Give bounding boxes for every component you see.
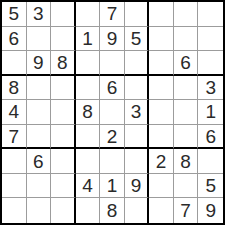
cell-r8c9[interactable]: 5 — [198, 174, 223, 199]
cell-r7c6[interactable] — [125, 149, 150, 174]
cell-r1c9[interactable] — [198, 2, 223, 27]
cell-r8c8[interactable] — [174, 174, 199, 199]
cell-r6c5[interactable]: 2 — [100, 125, 125, 150]
cell-r4c2[interactable] — [27, 76, 52, 101]
cell-r5c1[interactable]: 4 — [2, 100, 27, 125]
cell-r1c8[interactable] — [174, 2, 199, 27]
cell-r9c8[interactable]: 7 — [174, 198, 199, 223]
cell-r4c7[interactable] — [149, 76, 174, 101]
cell-r2c9[interactable] — [198, 27, 223, 52]
cell-r9c1[interactable] — [2, 198, 27, 223]
cell-r6c7[interactable] — [149, 125, 174, 150]
cell-r3c8[interactable]: 6 — [174, 51, 199, 76]
cell-r9c5[interactable]: 8 — [100, 198, 125, 223]
cell-r2c1[interactable]: 6 — [2, 27, 27, 52]
cell-r4c5[interactable]: 6 — [100, 76, 125, 101]
cell-r3c4[interactable] — [76, 51, 101, 76]
cell-r1c1[interactable]: 5 — [2, 2, 27, 27]
cell-r4c8[interactable] — [174, 76, 199, 101]
cell-r5c6[interactable]: 3 — [125, 100, 150, 125]
cell-r4c1[interactable]: 8 — [2, 76, 27, 101]
cell-r6c3[interactable] — [51, 125, 76, 150]
cell-r9c3[interactable] — [51, 198, 76, 223]
cell-r4c6[interactable] — [125, 76, 150, 101]
cell-r5c8[interactable] — [174, 100, 199, 125]
cell-r3c9[interactable] — [198, 51, 223, 76]
cell-r7c8[interactable]: 8 — [174, 149, 199, 174]
cell-r7c5[interactable] — [100, 149, 125, 174]
cell-r9c6[interactable] — [125, 198, 150, 223]
cell-r5c4[interactable]: 8 — [76, 100, 101, 125]
cell-r2c3[interactable] — [51, 27, 76, 52]
cell-r5c9[interactable]: 1 — [198, 100, 223, 125]
cell-r2c2[interactable] — [27, 27, 52, 52]
sudoku-board: 537619598686348317266284195879 — [0, 0, 225, 225]
cell-r7c3[interactable] — [51, 149, 76, 174]
cell-r1c6[interactable] — [125, 2, 150, 27]
cell-r8c6[interactable]: 9 — [125, 174, 150, 199]
cell-r6c6[interactable] — [125, 125, 150, 150]
cell-r5c5[interactable] — [100, 100, 125, 125]
cell-r4c9[interactable]: 3 — [198, 76, 223, 101]
cell-r5c3[interactable] — [51, 100, 76, 125]
cell-r3c3[interactable]: 8 — [51, 51, 76, 76]
cell-r1c3[interactable] — [51, 2, 76, 27]
cell-r3c7[interactable] — [149, 51, 174, 76]
cell-r9c9[interactable]: 9 — [198, 198, 223, 223]
cell-r6c1[interactable]: 7 — [2, 125, 27, 150]
cell-r7c9[interactable] — [198, 149, 223, 174]
cell-r9c2[interactable] — [27, 198, 52, 223]
cell-r7c7[interactable]: 2 — [149, 149, 174, 174]
cell-r8c5[interactable]: 1 — [100, 174, 125, 199]
cell-r2c7[interactable] — [149, 27, 174, 52]
cell-r2c5[interactable]: 9 — [100, 27, 125, 52]
cell-r5c7[interactable] — [149, 100, 174, 125]
cell-r1c2[interactable]: 3 — [27, 2, 52, 27]
cell-r1c4[interactable] — [76, 2, 101, 27]
cell-r8c4[interactable]: 4 — [76, 174, 101, 199]
cell-r5c2[interactable] — [27, 100, 52, 125]
cell-r8c1[interactable] — [2, 174, 27, 199]
cell-r4c3[interactable] — [51, 76, 76, 101]
cell-r6c9[interactable]: 6 — [198, 125, 223, 150]
cell-r1c7[interactable] — [149, 2, 174, 27]
cell-r7c4[interactable] — [76, 149, 101, 174]
cell-r6c4[interactable] — [76, 125, 101, 150]
cell-r8c7[interactable] — [149, 174, 174, 199]
cell-r6c8[interactable] — [174, 125, 199, 150]
cell-r1c5[interactable]: 7 — [100, 2, 125, 27]
cell-r2c6[interactable]: 5 — [125, 27, 150, 52]
cell-r3c5[interactable] — [100, 51, 125, 76]
cell-r9c7[interactable] — [149, 198, 174, 223]
cell-r6c2[interactable] — [27, 125, 52, 150]
cell-r7c1[interactable] — [2, 149, 27, 174]
cell-r3c6[interactable] — [125, 51, 150, 76]
cell-r2c4[interactable]: 1 — [76, 27, 101, 52]
cell-r8c3[interactable] — [51, 174, 76, 199]
cell-r4c4[interactable] — [76, 76, 101, 101]
cell-r3c2[interactable]: 9 — [27, 51, 52, 76]
cell-r9c4[interactable] — [76, 198, 101, 223]
cell-r3c1[interactable] — [2, 51, 27, 76]
cell-r2c8[interactable] — [174, 27, 199, 52]
cell-r7c2[interactable]: 6 — [27, 149, 52, 174]
cell-r8c2[interactable] — [27, 174, 52, 199]
